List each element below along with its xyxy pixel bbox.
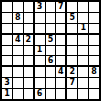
sudoku-cell-empty-r8c9[interactable] [89,78,99,88]
sudoku-cell-empty-r3c9[interactable] [89,24,99,34]
sudoku-cell-empty-r7c1[interactable] [2,67,12,77]
sudoku-cell-empty-r6c4[interactable] [35,56,45,66]
sudoku-cell-empty-r2c3[interactable] [24,13,34,23]
sudoku-cell-empty-r5c8[interactable] [78,46,88,56]
sudoku-cell-empty-r6c6[interactable] [56,56,66,66]
sudoku-cell-given-r1c6: 7 [56,2,66,12]
sudoku-cell-empty-r6c3[interactable] [24,56,34,66]
sudoku-cell-empty-r4c7[interactable] [67,35,77,45]
sudoku-cell-given-r4c2: 4 [13,35,23,45]
sudoku-cell-empty-r5c1[interactable] [2,46,12,56]
sudoku-cell-given-r7c7: 2 [67,67,77,77]
sudoku-cell-empty-r3c7[interactable] [67,24,77,34]
sudoku-cell-empty-r8c2[interactable] [13,78,23,88]
sudoku-cell-empty-r5c2[interactable] [13,46,23,56]
sudoku-cell-empty-r3c5[interactable] [46,24,56,34]
sudoku-board: 37851425164283716 [0,0,101,101]
sudoku-cell-empty-r4c4[interactable] [35,35,45,45]
sudoku-cell-empty-r9c9[interactable] [89,89,99,99]
sudoku-cell-empty-r1c7[interactable] [67,2,77,12]
sudoku-cell-given-r9c1: 1 [2,89,12,99]
sudoku-cell-empty-r2c1[interactable] [2,13,12,23]
sudoku-cell-empty-r2c6[interactable] [56,13,66,23]
sudoku-cell-empty-r7c4[interactable] [35,67,45,77]
sudoku-cell-empty-r8c8[interactable] [78,78,88,88]
sudoku-cell-empty-r6c1[interactable] [2,56,12,66]
sudoku-cell-empty-r6c7[interactable] [67,56,77,66]
sudoku-cell-given-r3c8: 1 [78,24,88,34]
sudoku-cell-empty-r6c9[interactable] [89,56,99,66]
sudoku-cell-given-r1c4: 3 [35,2,45,12]
sudoku-cell-empty-r8c3[interactable] [24,78,34,88]
sudoku-cell-empty-r1c9[interactable] [89,2,99,12]
sudoku-cell-empty-r4c1[interactable] [2,35,12,45]
sudoku-cell-given-r8c1: 3 [2,78,12,88]
sudoku-cell-empty-r4c6[interactable] [56,35,66,45]
sudoku-cell-empty-r6c8[interactable] [78,56,88,66]
sudoku-cell-empty-r1c1[interactable] [2,2,12,12]
sudoku-cell-empty-r2c5[interactable] [46,13,56,23]
sudoku-cell-empty-r9c6[interactable] [56,89,66,99]
sudoku-cell-empty-r3c3[interactable] [24,24,34,34]
sudoku-cell-empty-r5c5[interactable] [46,46,56,56]
sudoku-cell-empty-r1c8[interactable] [78,2,88,12]
sudoku-cell-given-r6c5: 6 [46,56,56,66]
sudoku-cell-empty-r4c8[interactable] [78,35,88,45]
sudoku-cell-empty-r1c2[interactable] [13,2,23,12]
sudoku-cell-empty-r3c1[interactable] [2,24,12,34]
sudoku-cell-empty-r5c3[interactable] [24,46,34,56]
sudoku-cell-empty-r5c7[interactable] [67,46,77,56]
sudoku-cell-empty-r3c6[interactable] [56,24,66,34]
sudoku-cell-empty-r9c5[interactable] [46,89,56,99]
sudoku-cell-given-r8c7: 7 [67,78,77,88]
sudoku-cell-empty-r2c8[interactable] [78,13,88,23]
sudoku-cell-empty-r1c3[interactable] [24,2,34,12]
sudoku-cell-empty-r9c2[interactable] [13,89,23,99]
sudoku-cell-given-r5c4: 1 [35,46,45,56]
sudoku-cell-empty-r9c7[interactable] [67,89,77,99]
sudoku-cell-empty-r7c5[interactable] [46,67,56,77]
sudoku-cell-empty-r7c8[interactable] [78,67,88,77]
sudoku-cell-empty-r2c9[interactable] [89,13,99,23]
sudoku-cell-empty-r8c4[interactable] [35,78,45,88]
sudoku-cell-given-r7c6: 4 [56,67,66,77]
sudoku-cell-empty-r6c2[interactable] [13,56,23,66]
sudoku-cell-given-r4c3: 2 [24,35,34,45]
sudoku-cell-empty-r4c9[interactable] [89,35,99,45]
sudoku-cell-empty-r7c2[interactable] [13,67,23,77]
sudoku-cell-empty-r3c4[interactable] [35,24,45,34]
sudoku-cell-given-r7c9: 8 [89,67,99,77]
sudoku-cell-empty-r9c8[interactable] [78,89,88,99]
sudoku-cell-given-r2c7: 5 [67,13,77,23]
sudoku-cell-empty-r9c3[interactable] [24,89,34,99]
sudoku-cell-empty-r8c6[interactable] [56,78,66,88]
sudoku-cell-empty-r7c3[interactable] [24,67,34,77]
sudoku-cell-empty-r3c2[interactable] [13,24,23,34]
sudoku-cell-empty-r2c4[interactable] [35,13,45,23]
sudoku-cell-empty-r1c5[interactable] [46,2,56,12]
sudoku-cell-given-r4c5: 5 [46,35,56,45]
sudoku-cell-empty-r5c9[interactable] [89,46,99,56]
sudoku-cell-given-r9c4: 6 [35,89,45,99]
sudoku-cell-given-r2c2: 8 [13,13,23,23]
sudoku-cell-empty-r8c5[interactable] [46,78,56,88]
sudoku-cell-empty-r5c6[interactable] [56,46,66,56]
